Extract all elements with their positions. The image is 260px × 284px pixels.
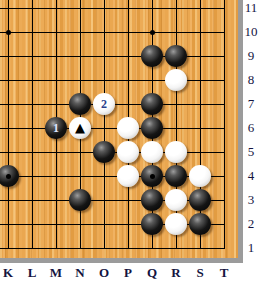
intersection-M6[interactable]: 1 [44,116,68,140]
black-stone-S3 [189,189,211,211]
intersection-Q9[interactable] [140,44,164,68]
white-stone-O7: 2 [93,93,115,115]
intersection-S2[interactable] [188,212,212,236]
column-label-Q: Q [140,266,164,280]
intersection-Q8[interactable] [140,68,164,92]
intersection-S10[interactable] [188,20,212,44]
black-stone-Q2 [141,213,163,235]
intersection-T2[interactable] [212,212,236,236]
intersection-R3[interactable] [164,188,188,212]
intersection-O5[interactable] [92,140,116,164]
column-label-L: L [20,266,44,280]
intersection-N9[interactable] [68,44,92,68]
intersection-S8[interactable] [188,68,212,92]
row-label-8: 8 [243,73,259,87]
intersection-L1[interactable] [20,236,44,258]
intersection-M5[interactable] [44,140,68,164]
intersection-K4[interactable] [0,164,20,188]
column-label-K: K [0,266,20,280]
intersection-O4[interactable] [92,164,116,188]
intersection-L10[interactable] [20,20,44,44]
intersection-O2[interactable] [92,212,116,236]
intersection-N2[interactable] [68,212,92,236]
triangle-marker: ▲ [75,121,85,134]
intersection-T10[interactable] [212,20,236,44]
intersection-P5[interactable] [116,140,140,164]
intersection-L9[interactable] [20,44,44,68]
intersection-L4[interactable] [20,164,44,188]
intersection-T11[interactable] [212,0,236,20]
intersection-S4[interactable] [188,164,212,188]
intersection-S11[interactable] [188,0,212,20]
intersection-R6[interactable] [164,116,188,140]
intersection-L6[interactable] [20,116,44,140]
black-stone-Q7 [141,93,163,115]
intersection-Q10[interactable] [140,20,164,44]
white-stone-P4 [117,165,139,187]
go-board[interactable]: 21▲ [0,0,238,258]
black-stone-Q9 [141,45,163,67]
intersection-K3[interactable] [0,188,20,212]
intersection-L3[interactable] [20,188,44,212]
intersection-M9[interactable] [44,44,68,68]
column-label-R: R [164,266,188,280]
column-label-O: O [92,266,116,280]
intersection-P11[interactable] [116,0,140,20]
intersection-P3[interactable] [116,188,140,212]
intersection-R11[interactable] [164,0,188,20]
column-label-S: S [188,266,212,280]
intersection-K2[interactable] [0,212,20,236]
black-stone-Q3 [141,189,163,211]
black-stone-M6: 1 [45,117,67,139]
intersection-M10[interactable] [44,20,68,44]
column-label-P: P [116,266,140,280]
row-label-7: 7 [243,97,259,111]
intersection-M11[interactable] [44,0,68,20]
intersection-Q1[interactable] [140,236,164,258]
intersection-R8[interactable] [164,68,188,92]
intersection-N10[interactable] [68,20,92,44]
white-stone-R3 [165,189,187,211]
intersection-L7[interactable] [20,92,44,116]
intersection-T6[interactable] [212,116,236,140]
column-label-T: T [212,266,236,280]
black-stone-N7 [69,93,91,115]
intersection-O6[interactable] [92,116,116,140]
intersection-M3[interactable] [44,188,68,212]
row-label-3: 3 [243,193,259,207]
black-stone-R9 [165,45,187,67]
intersection-T4[interactable] [212,164,236,188]
intersection-M8[interactable] [44,68,68,92]
black-stone-N3 [69,189,91,211]
intersection-L5[interactable] [20,140,44,164]
intersection-P10[interactable] [116,20,140,44]
intersection-N6[interactable]: ▲ [68,116,92,140]
white-stone-R8 [165,69,187,91]
intersection-K9[interactable] [0,44,20,68]
go-diagram: 21▲ 1110987654321 KLMNOPQRST [0,0,260,284]
intersection-R1[interactable] [164,236,188,258]
intersection-M2[interactable] [44,212,68,236]
intersection-S9[interactable] [188,44,212,68]
black-stone-Q4 [141,165,163,187]
row-label-2: 2 [243,217,259,231]
intersection-P7[interactable] [116,92,140,116]
intersection-K11[interactable] [0,0,20,20]
intersection-T3[interactable] [212,188,236,212]
intersection-P1[interactable] [116,236,140,258]
intersection-O10[interactable] [92,20,116,44]
white-stone-N6: ▲ [69,117,91,139]
white-stone-R5 [165,141,187,163]
intersection-T8[interactable] [212,68,236,92]
intersection-K7[interactable] [0,92,20,116]
intersection-N1[interactable] [68,236,92,258]
intersection-P2[interactable] [116,212,140,236]
row-label-1: 1 [243,241,259,255]
intersection-S3[interactable] [188,188,212,212]
intersection-Q5[interactable] [140,140,164,164]
intersection-S1[interactable] [188,236,212,258]
intersection-L11[interactable] [20,0,44,20]
intersection-O9[interactable] [92,44,116,68]
intersection-Q7[interactable] [140,92,164,116]
intersection-T1[interactable] [212,236,236,258]
board-grid: 21▲ [0,0,236,258]
row-label-10: 10 [243,25,259,39]
intersection-R2[interactable] [164,212,188,236]
white-stone-S4 [189,165,211,187]
intersection-N5[interactable] [68,140,92,164]
intersection-T5[interactable] [212,140,236,164]
intersection-P9[interactable] [116,44,140,68]
intersection-Q2[interactable] [140,212,164,236]
intersection-K6[interactable] [0,116,20,140]
black-stone-K4 [0,165,19,187]
intersection-N11[interactable] [68,0,92,20]
intersection-N8[interactable] [68,68,92,92]
black-stone-S2 [189,213,211,235]
intersection-Q4[interactable] [140,164,164,188]
intersection-Q11[interactable] [140,0,164,20]
intersection-K10[interactable] [0,20,20,44]
intersection-S6[interactable] [188,116,212,140]
white-stone-R2 [165,213,187,235]
intersection-T9[interactable] [212,44,236,68]
intersection-K1[interactable] [0,236,20,258]
black-stone-Q6 [141,117,163,139]
intersection-S5[interactable] [188,140,212,164]
intersection-N7[interactable] [68,92,92,116]
black-stone-R4 [165,165,187,187]
row-label-9: 9 [243,49,259,63]
intersection-P8[interactable] [116,68,140,92]
intersection-R9[interactable] [164,44,188,68]
intersection-L2[interactable] [20,212,44,236]
column-label-M: M [44,266,68,280]
intersection-P4[interactable] [116,164,140,188]
intersection-O8[interactable] [92,68,116,92]
black-stone-O5 [93,141,115,163]
row-label-11: 11 [243,1,259,15]
intersection-O11[interactable] [92,0,116,20]
intersection-N4[interactable] [68,164,92,188]
white-stone-P5 [117,141,139,163]
intersection-L8[interactable] [20,68,44,92]
intersection-O3[interactable] [92,188,116,212]
intersection-R4[interactable] [164,164,188,188]
intersection-R7[interactable] [164,92,188,116]
row-label-5: 5 [243,145,259,159]
intersection-N3[interactable] [68,188,92,212]
intersection-R10[interactable] [164,20,188,44]
column-label-N: N [68,266,92,280]
intersection-M1[interactable] [44,236,68,258]
row-label-4: 4 [243,169,259,183]
intersection-O1[interactable] [92,236,116,258]
intersection-M4[interactable] [44,164,68,188]
row-label-6: 6 [243,121,259,135]
white-stone-P6 [117,117,139,139]
intersection-Q3[interactable] [140,188,164,212]
intersection-R5[interactable] [164,140,188,164]
intersection-M7[interactable] [44,92,68,116]
intersection-P6[interactable] [116,116,140,140]
intersection-S7[interactable] [188,92,212,116]
intersection-T7[interactable] [212,92,236,116]
white-stone-Q5 [141,141,163,163]
intersection-K5[interactable] [0,140,20,164]
intersection-O7[interactable]: 2 [92,92,116,116]
intersection-Q6[interactable] [140,116,164,140]
intersection-K8[interactable] [0,68,20,92]
